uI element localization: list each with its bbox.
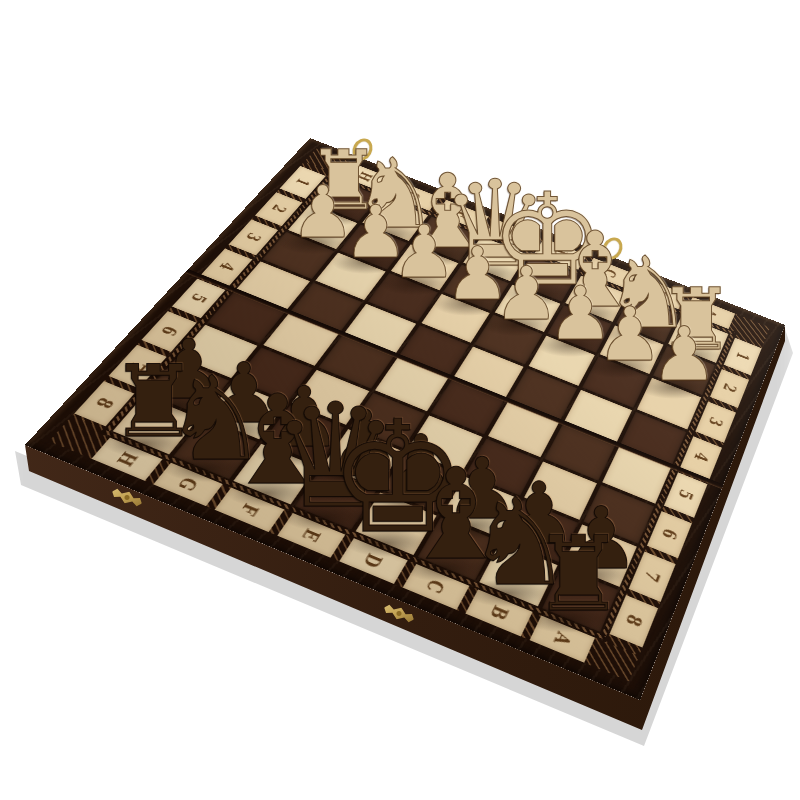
rank-label-right-4-glyph: 4 <box>690 450 712 465</box>
rank-label-right-2-glyph: 2 <box>719 381 740 395</box>
file-label-bottom-E-glyph: E <box>297 526 325 545</box>
rank-label-right-8-glyph: 8 <box>621 612 647 630</box>
file-label-top-H-glyph: H <box>353 170 376 184</box>
rank-label-left-3-glyph: 3 <box>242 230 265 243</box>
rank-label-left-1-glyph: 1 <box>292 176 314 188</box>
file-label-top-C-glyph: C <box>600 267 621 280</box>
rank-label-left-2-glyph: 2 <box>268 203 291 216</box>
rank-label-left-8-glyph: 8 <box>91 395 119 411</box>
file-label-top-G-glyph: G <box>402 189 424 202</box>
rank-label-right-3-glyph: 3 <box>705 414 727 429</box>
file-label-bottom-G-glyph: G <box>173 474 203 493</box>
rank-label-right-7-glyph: 7 <box>640 567 665 584</box>
rank-label-right-5-glyph: 5 <box>674 487 697 503</box>
file-label-bottom-D-glyph: D <box>359 551 388 571</box>
rank-label-left-6-glyph: 6 <box>157 324 183 339</box>
rank-label-right-1-glyph: 1 <box>733 350 754 363</box>
rank-label-left-5-glyph: 5 <box>187 291 212 305</box>
file-label-top-E-glyph: E <box>501 228 522 241</box>
file-label-bottom-B-glyph: B <box>485 602 513 623</box>
rank-label-left-7-glyph: 7 <box>125 358 152 374</box>
file-label-top-A-glyph: A <box>700 306 721 320</box>
file-label-top-D-glyph: D <box>550 247 572 261</box>
file-label-top-B-glyph: B <box>650 286 671 300</box>
file-label-bottom-C-glyph: C <box>422 577 450 597</box>
rank-label-left-4-glyph: 4 <box>215 260 239 274</box>
chess-set-photo: 1122334455667788HHGGFFEEDDCCBBAA ♜♞♝♚♛♝♞… <box>0 0 800 800</box>
file-label-bottom-A-glyph: A <box>549 629 576 649</box>
file-label-top-F-glyph: F <box>452 209 473 221</box>
file-label-bottom-H-glyph: H <box>111 449 142 469</box>
file-label-bottom-F-glyph: F <box>235 501 263 519</box>
rank-label-right-6-glyph: 6 <box>658 526 682 543</box>
